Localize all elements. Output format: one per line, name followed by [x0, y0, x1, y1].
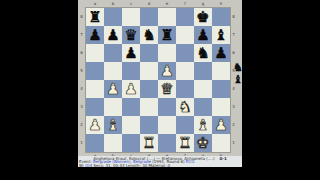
rank-label-6: 6: [78, 44, 85, 62]
square-h3[interactable]: [212, 98, 230, 116]
square-d7[interactable]: ♞: [140, 26, 158, 44]
square-h1[interactable]: [212, 134, 230, 152]
square-h8[interactable]: [212, 8, 230, 26]
square-h6[interactable]: ♟: [212, 44, 230, 62]
game-caption: Anghelova Kraut, Kolovrat (....) — Stefa…: [78, 156, 242, 167]
square-b2[interactable]: ♝: [104, 116, 122, 134]
file-label-h: h: [212, 0, 230, 7]
piece-white-rook[interactable]: ♜: [142, 134, 155, 152]
rank-label-3: 3: [230, 98, 237, 116]
square-h5[interactable]: [212, 62, 230, 80]
rank-label-2: 2: [78, 116, 85, 134]
piece-white-pawn[interactable]: ♟: [214, 116, 227, 134]
square-f5[interactable]: [176, 62, 194, 80]
rank-label-8: 8: [78, 8, 85, 26]
square-e7[interactable]: ♜: [158, 26, 176, 44]
file-label-e: e: [158, 0, 176, 7]
square-h7[interactable]: ♝: [212, 26, 230, 44]
square-d3[interactable]: [140, 98, 158, 116]
square-g2[interactable]: ♝: [194, 116, 212, 134]
file-label-a: a: [86, 0, 104, 7]
square-a8[interactable]: ♜: [86, 8, 104, 26]
square-h4[interactable]: [212, 80, 230, 98]
rank-labels-left: 87654321: [78, 8, 85, 152]
square-a5[interactable]: [86, 62, 104, 80]
square-c6[interactable]: ♟: [122, 44, 140, 62]
rank-label-2: 2: [230, 116, 237, 134]
piece-white-queen[interactable]: ♛: [160, 80, 173, 98]
piece-black-pawn[interactable]: ♟: [124, 44, 137, 62]
piece-white-king[interactable]: ♚: [196, 134, 209, 152]
square-d5[interactable]: [140, 62, 158, 80]
square-b4[interactable]: ♟: [104, 80, 122, 98]
square-g4[interactable]: [194, 80, 212, 98]
file-label-b: b: [104, 0, 122, 7]
piece-white-rook[interactable]: ♜: [178, 134, 191, 152]
file-label-c: c: [122, 0, 140, 7]
file-labels-top: abcdefgh: [86, 0, 230, 7]
piece-white-pawn[interactable]: ♟: [88, 116, 101, 134]
square-b6[interactable]: [104, 44, 122, 62]
piece-black-pawn[interactable]: ♟: [106, 26, 119, 44]
rank-label-6: 6: [230, 44, 237, 62]
rank-label-1: 1: [230, 134, 237, 152]
rank-label-3: 3: [78, 98, 85, 116]
piece-black-knight[interactable]: ♞: [142, 26, 155, 44]
square-b8[interactable]: [104, 8, 122, 26]
caption-link-part[interactable]: ECO: [186, 159, 194, 164]
caption-line3: W: QI4 Secs: 31, 00:43 Length: 30 Materi…: [78, 164, 242, 167]
file-label-g: g: [194, 0, 212, 7]
square-f3[interactable]: ♞: [176, 98, 194, 116]
file-label-d: d: [140, 0, 158, 7]
square-g6[interactable]: ♞: [194, 44, 212, 62]
square-c7[interactable]: ♛: [122, 26, 140, 44]
square-e5[interactable]: ♟: [158, 62, 176, 80]
square-e6[interactable]: [158, 44, 176, 62]
rank-label-8: 8: [230, 8, 237, 26]
piece-black-pawn[interactable]: ♟: [88, 26, 101, 44]
rank-label-7: 7: [230, 26, 237, 44]
square-e2[interactable]: [158, 116, 176, 134]
square-g8[interactable]: ♚: [194, 8, 212, 26]
chess-app-window: abcdefgh abcdefgh 87654321 87654321 ♜♚♟♟…: [78, 0, 242, 167]
square-g5[interactable]: [194, 62, 212, 80]
chess-board[interactable]: ♜♚♟♟♛♞♜♟♝♟♞♟♟♟♟♛♞♟♝♝♟♜♜♚: [86, 8, 230, 152]
piece-white-knight[interactable]: ♞: [178, 98, 191, 116]
square-d8[interactable]: [140, 8, 158, 26]
piece-black-pawn[interactable]: ♟: [214, 44, 227, 62]
piece-black-pawn[interactable]: ♟: [196, 26, 209, 44]
square-f1[interactable]: ♜: [176, 134, 194, 152]
square-f2[interactable]: [176, 116, 194, 134]
rank-label-5: 5: [78, 62, 85, 80]
square-e4[interactable]: ♛: [158, 80, 176, 98]
square-c2[interactable]: [122, 116, 140, 134]
piece-white-bishop[interactable]: ♝: [106, 116, 119, 134]
square-e1[interactable]: [158, 134, 176, 152]
rank-label-7: 7: [78, 26, 85, 44]
rank-label-1: 1: [78, 134, 85, 152]
square-a4[interactable]: [86, 80, 104, 98]
square-d2[interactable]: [140, 116, 158, 134]
captured-black-bishop: ♝: [233, 74, 242, 86]
square-c8[interactable]: [122, 8, 140, 26]
file-label-f: f: [176, 0, 194, 7]
square-c1[interactable]: [122, 134, 140, 152]
square-e8[interactable]: [158, 8, 176, 26]
square-g1[interactable]: ♚: [194, 134, 212, 152]
square-d6[interactable]: [140, 44, 158, 62]
piece-black-knight[interactable]: ♞: [196, 44, 209, 62]
square-c4[interactable]: ♟: [122, 80, 140, 98]
piece-black-rook[interactable]: ♜: [88, 8, 101, 26]
piece-white-bishop[interactable]: ♝: [196, 116, 209, 134]
square-g3[interactable]: [194, 98, 212, 116]
square-f7[interactable]: [176, 26, 194, 44]
square-f4[interactable]: [176, 80, 194, 98]
rank-label-4: 4: [78, 80, 85, 98]
square-a6[interactable]: [86, 44, 104, 62]
square-b7[interactable]: ♟: [104, 26, 122, 44]
piece-white-pawn[interactable]: ♟: [160, 62, 173, 80]
piece-black-rook[interactable]: ♜: [160, 26, 173, 44]
square-g7[interactable]: ♟: [194, 26, 212, 44]
square-a2[interactable]: ♟: [86, 116, 104, 134]
square-f6[interactable]: [176, 44, 194, 62]
game-result: 0-1: [220, 156, 227, 161]
letterbox-stage: abcdefgh abcdefgh 87654321 87654321 ♜♚♟♟…: [0, 0, 320, 180]
square-a7[interactable]: ♟: [86, 26, 104, 44]
captured-pieces-tray: ♞♝: [233, 62, 242, 86]
square-h2[interactable]: ♟: [212, 116, 230, 134]
piece-black-bishop[interactable]: ♝: [214, 26, 227, 44]
square-b1[interactable]: [104, 134, 122, 152]
piece-white-pawn[interactable]: ♟: [106, 80, 119, 98]
square-f8[interactable]: [176, 8, 194, 26]
piece-white-pawn[interactable]: ♟: [124, 80, 137, 98]
piece-black-king[interactable]: ♚: [196, 8, 209, 26]
square-c3[interactable]: [122, 98, 140, 116]
square-b3[interactable]: [104, 98, 122, 116]
square-a1[interactable]: [86, 134, 104, 152]
square-d1[interactable]: ♜: [140, 134, 158, 152]
piece-black-queen[interactable]: ♛: [124, 26, 137, 44]
square-c5[interactable]: [122, 62, 140, 80]
square-a3[interactable]: [86, 98, 104, 116]
square-e3[interactable]: [158, 98, 176, 116]
caption-text-part: Secs: 31, 00:43 Length: 30 Material: 0: [92, 163, 170, 167]
square-b5[interactable]: [104, 62, 122, 80]
square-d4[interactable]: [140, 80, 158, 98]
